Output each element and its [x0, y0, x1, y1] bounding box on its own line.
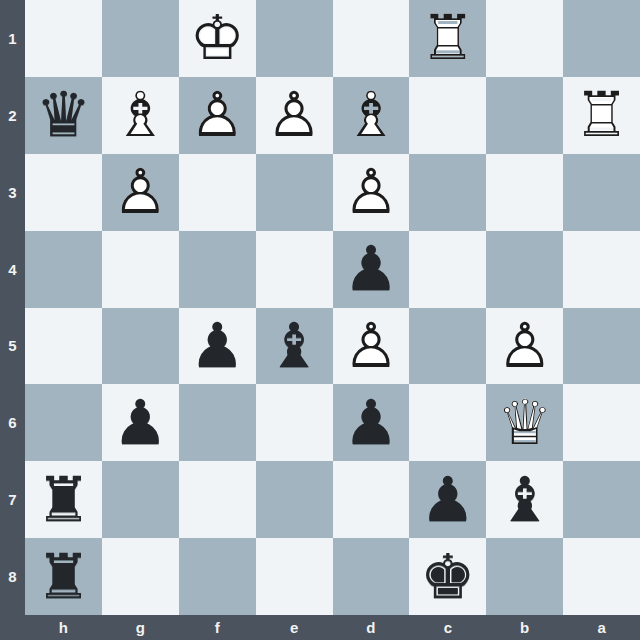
black-bishop-glyph: ♝ — [256, 308, 333, 385]
white-rook-outline-glyph: ♖ — [563, 77, 640, 154]
square-b5[interactable]: ♟♙ — [486, 308, 563, 385]
white-queen-outline-glyph: ♕ — [486, 384, 563, 461]
square-f2[interactable]: ♟♙ — [179, 77, 256, 154]
file-label-d: d — [333, 615, 410, 640]
square-c4[interactable] — [409, 231, 486, 308]
file-label-a: a — [563, 615, 640, 640]
piece-white-pawn[interactable]: ♟♙ — [179, 77, 256, 154]
square-h1[interactable] — [25, 0, 102, 77]
square-g2[interactable]: ♝♗ — [102, 77, 179, 154]
piece-black-pawn[interactable]: ♟ — [333, 384, 410, 461]
white-pawn-outline-glyph: ♙ — [333, 154, 410, 231]
black-pawn-glyph: ♟ — [179, 308, 256, 385]
piece-black-pawn[interactable]: ♟ — [333, 231, 410, 308]
rank-label-5: 5 — [0, 308, 25, 385]
square-g7[interactable] — [102, 461, 179, 538]
square-e4[interactable] — [256, 231, 333, 308]
rank-labels: 12345678 — [0, 0, 25, 615]
black-pawn-glyph: ♟ — [409, 461, 486, 538]
piece-black-queen[interactable]: ♛ — [25, 77, 102, 154]
piece-white-pawn[interactable]: ♟♙ — [333, 308, 410, 385]
black-rook-glyph: ♜ — [25, 538, 102, 615]
piece-white-pawn[interactable]: ♟♙ — [102, 154, 179, 231]
square-b6[interactable]: ♛♕ — [486, 384, 563, 461]
file-label-b: b — [486, 615, 563, 640]
white-pawn-outline-glyph: ♙ — [179, 77, 256, 154]
rank-label-6: 6 — [0, 384, 25, 461]
black-bishop-glyph: ♝ — [486, 461, 563, 538]
piece-white-rook[interactable]: ♜♖ — [409, 0, 486, 77]
square-d7[interactable] — [333, 461, 410, 538]
square-b3[interactable] — [486, 154, 563, 231]
rank-label-4: 4 — [0, 231, 25, 308]
square-d1[interactable] — [333, 0, 410, 77]
square-a7[interactable] — [563, 461, 640, 538]
square-h6[interactable] — [25, 384, 102, 461]
rank-label-7: 7 — [0, 461, 25, 538]
square-e7[interactable] — [256, 461, 333, 538]
square-f7[interactable] — [179, 461, 256, 538]
square-c3[interactable] — [409, 154, 486, 231]
square-d4[interactable]: ♟ — [333, 231, 410, 308]
square-a4[interactable] — [563, 231, 640, 308]
square-b1[interactable] — [486, 0, 563, 77]
square-e6[interactable] — [256, 384, 333, 461]
piece-black-pawn[interactable]: ♟ — [102, 384, 179, 461]
piece-black-rook[interactable]: ♜ — [25, 461, 102, 538]
chess-board[interactable]: ♚♔♜♖♛♝♗♟♙♟♙♝♗♜♖♟♙♟♙♟♟♝♟♙♟♙♟♟♛♕♜♟♝♜♚ — [25, 0, 640, 615]
square-f6[interactable] — [179, 384, 256, 461]
square-e3[interactable] — [256, 154, 333, 231]
piece-black-bishop[interactable]: ♝ — [256, 308, 333, 385]
square-a3[interactable] — [563, 154, 640, 231]
square-b8[interactable] — [486, 538, 563, 615]
piece-white-bishop[interactable]: ♝♗ — [333, 77, 410, 154]
piece-black-rook[interactable]: ♜ — [25, 538, 102, 615]
square-a8[interactable] — [563, 538, 640, 615]
square-f5[interactable]: ♟ — [179, 308, 256, 385]
square-h2[interactable]: ♛ — [25, 77, 102, 154]
white-rook-outline-glyph: ♖ — [409, 0, 486, 77]
white-king-outline-glyph: ♔ — [179, 0, 256, 77]
square-d2[interactable]: ♝♗ — [333, 77, 410, 154]
square-c5[interactable] — [409, 308, 486, 385]
square-h5[interactable] — [25, 308, 102, 385]
square-a2[interactable]: ♜♖ — [563, 77, 640, 154]
piece-black-pawn[interactable]: ♟ — [179, 308, 256, 385]
white-pawn-outline-glyph: ♙ — [102, 154, 179, 231]
file-label-e: e — [256, 615, 333, 640]
square-e1[interactable] — [256, 0, 333, 77]
square-c7[interactable]: ♟ — [409, 461, 486, 538]
square-a6[interactable] — [563, 384, 640, 461]
square-b4[interactable] — [486, 231, 563, 308]
square-f4[interactable] — [179, 231, 256, 308]
white-bishop-outline-glyph: ♗ — [333, 77, 410, 154]
square-h3[interactable] — [25, 154, 102, 231]
black-rook-glyph: ♜ — [25, 461, 102, 538]
piece-black-king[interactable]: ♚ — [409, 538, 486, 615]
square-c8[interactable]: ♚ — [409, 538, 486, 615]
file-labels: hgfedcba — [25, 615, 640, 640]
piece-white-pawn[interactable]: ♟♙ — [256, 77, 333, 154]
piece-black-bishop[interactable]: ♝ — [486, 461, 563, 538]
square-a5[interactable] — [563, 308, 640, 385]
file-label-c: c — [409, 615, 486, 640]
black-king-glyph: ♚ — [409, 538, 486, 615]
square-g6[interactable]: ♟ — [102, 384, 179, 461]
piece-white-rook[interactable]: ♜♖ — [563, 77, 640, 154]
piece-white-pawn[interactable]: ♟♙ — [486, 308, 563, 385]
square-d3[interactable]: ♟♙ — [333, 154, 410, 231]
black-queen-glyph: ♛ — [25, 77, 102, 154]
file-label-g: g — [102, 615, 179, 640]
square-e8[interactable] — [256, 538, 333, 615]
square-d5[interactable]: ♟♙ — [333, 308, 410, 385]
piece-black-pawn[interactable]: ♟ — [409, 461, 486, 538]
square-g1[interactable] — [102, 0, 179, 77]
square-f1[interactable]: ♚♔ — [179, 0, 256, 77]
square-h8[interactable]: ♜ — [25, 538, 102, 615]
piece-white-bishop[interactable]: ♝♗ — [102, 77, 179, 154]
square-c1[interactable]: ♜♖ — [409, 0, 486, 77]
white-pawn-outline-glyph: ♙ — [333, 308, 410, 385]
rank-label-1: 1 — [0, 0, 25, 77]
piece-white-queen[interactable]: ♛♕ — [486, 384, 563, 461]
black-pawn-glyph: ♟ — [333, 384, 410, 461]
square-f8[interactable] — [179, 538, 256, 615]
square-d6[interactable]: ♟ — [333, 384, 410, 461]
square-h4[interactable] — [25, 231, 102, 308]
square-a1[interactable] — [563, 0, 640, 77]
square-b7[interactable]: ♝ — [486, 461, 563, 538]
square-e2[interactable]: ♟♙ — [256, 77, 333, 154]
rank-label-8: 8 — [0, 538, 25, 615]
white-pawn-outline-glyph: ♙ — [256, 77, 333, 154]
square-d8[interactable] — [333, 538, 410, 615]
square-g8[interactable] — [102, 538, 179, 615]
rank-label-2: 2 — [0, 77, 25, 154]
square-e5[interactable]: ♝ — [256, 308, 333, 385]
square-h7[interactable]: ♜ — [25, 461, 102, 538]
piece-white-pawn[interactable]: ♟♙ — [333, 154, 410, 231]
square-g3[interactable]: ♟♙ — [102, 154, 179, 231]
square-g4[interactable] — [102, 231, 179, 308]
square-b2[interactable] — [486, 77, 563, 154]
piece-white-king[interactable]: ♚♔ — [179, 0, 256, 77]
file-label-f: f — [179, 615, 256, 640]
rank-label-3: 3 — [0, 154, 25, 231]
square-c2[interactable] — [409, 77, 486, 154]
white-pawn-outline-glyph: ♙ — [486, 308, 563, 385]
file-label-h: h — [25, 615, 102, 640]
square-g5[interactable] — [102, 308, 179, 385]
black-pawn-glyph: ♟ — [102, 384, 179, 461]
chess-diagram: 12345678 ♚♔♜♖♛♝♗♟♙♟♙♝♗♜♖♟♙♟♙♟♟♝♟♙♟♙♟♟♛♕♜… — [0, 0, 640, 640]
square-c6[interactable] — [409, 384, 486, 461]
white-bishop-outline-glyph: ♗ — [102, 77, 179, 154]
black-pawn-glyph: ♟ — [333, 231, 410, 308]
square-f3[interactable] — [179, 154, 256, 231]
